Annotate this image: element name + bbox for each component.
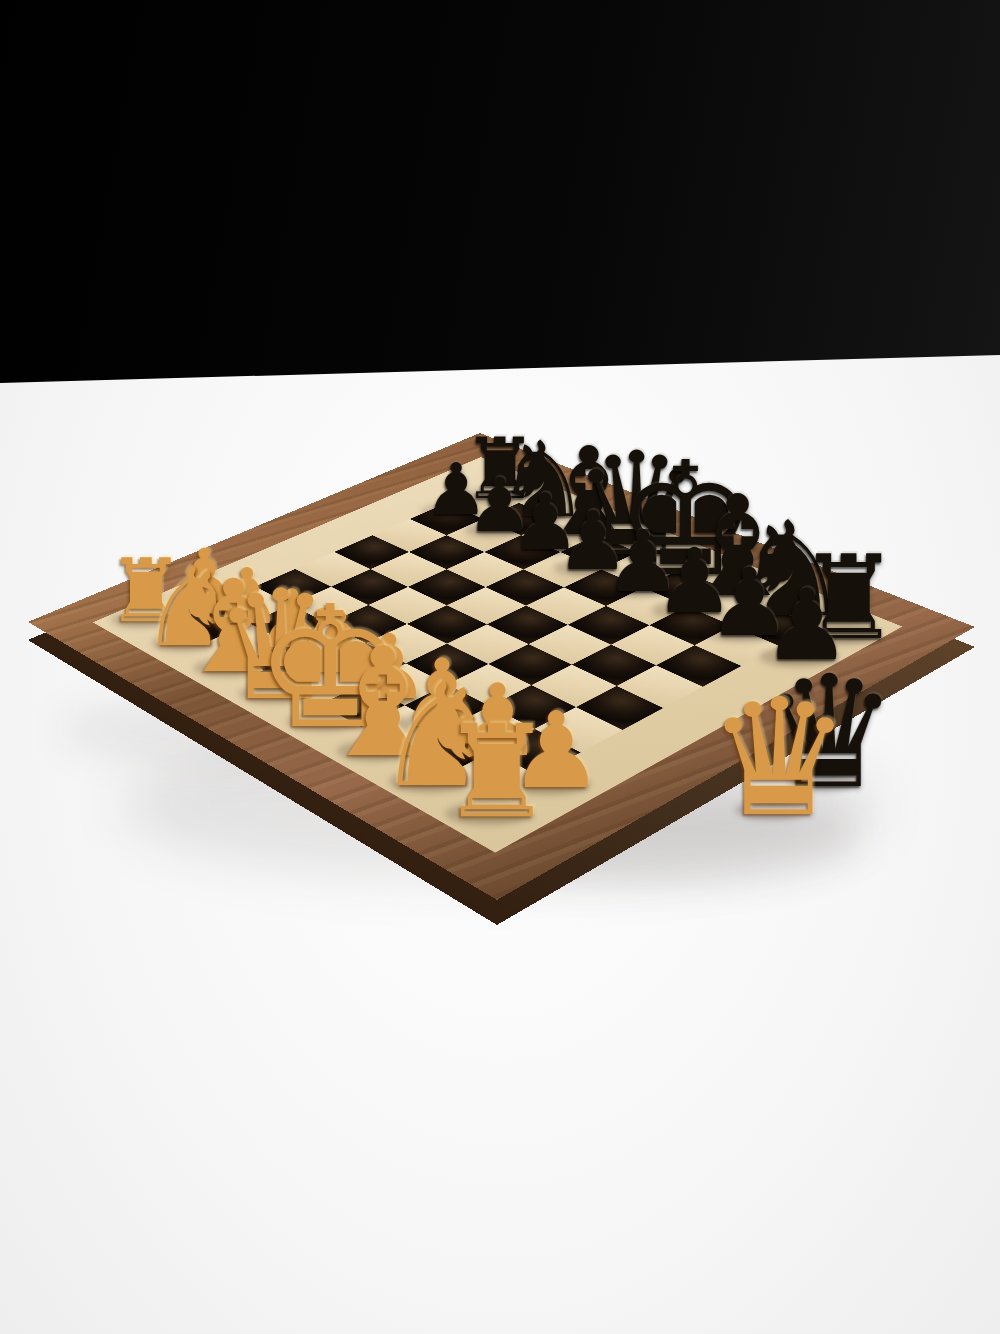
- white-queen-icon: ♛: [706, 677, 851, 839]
- pieces-layer: ♜♞♝♛♚♝♞♜♟♟♟♟♟♟♟♟♟♟♟♟♟♟♟♟♜♞♝♛♚♝♞♜♛♛: [0, 0, 1000, 1334]
- piece-white-r-h1: ♜: [497, 814, 611, 942]
- chess-set-photo: ♜♞♝♛♚♝♞♜♟♟♟♟♟♟♟♟♟♟♟♟♟♟♟♟♜♞♝♛♚♝♞♜♛♛: [0, 0, 1000, 1334]
- white-rook-icon: ♜: [440, 709, 554, 837]
- spare-white-queen: ♛: [779, 810, 924, 972]
